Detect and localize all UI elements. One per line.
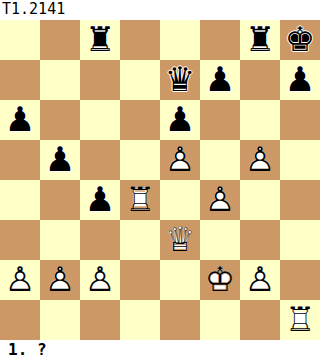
square-g6[interactable] — [240, 100, 280, 140]
square-h6[interactable] — [280, 100, 320, 140]
square-c2[interactable]: ♟ — [80, 260, 120, 300]
black-pawn-icon: ♟ — [200, 60, 240, 100]
square-b1[interactable] — [40, 300, 80, 340]
square-g5[interactable]: ♟ — [240, 140, 280, 180]
square-d5[interactable] — [120, 140, 160, 180]
square-a8[interactable] — [0, 20, 40, 60]
square-e4[interactable] — [160, 180, 200, 220]
square-g8[interactable]: ♜ — [240, 20, 280, 60]
square-c7[interactable] — [80, 60, 120, 100]
square-f7[interactable]: ♟ — [200, 60, 240, 100]
square-a4[interactable] — [0, 180, 40, 220]
square-e7[interactable]: ♛ — [160, 60, 200, 100]
square-f2[interactable]: ♚ — [200, 260, 240, 300]
black-rook-icon: ♜ — [80, 20, 120, 60]
square-d3[interactable] — [120, 220, 160, 260]
white-rook-icon: ♜ — [280, 300, 320, 340]
black-pawn-icon: ♟ — [0, 100, 40, 140]
white-pawn-icon: ♟ — [240, 140, 280, 180]
black-pawn-icon: ♟ — [80, 180, 120, 220]
square-e3[interactable]: ♛ — [160, 220, 200, 260]
square-e6[interactable]: ♟ — [160, 100, 200, 140]
square-h2[interactable] — [280, 260, 320, 300]
square-c1[interactable] — [80, 300, 120, 340]
white-pawn-icon: ♟ — [80, 260, 120, 300]
white-queen-icon: ♛ — [160, 220, 200, 260]
square-d2[interactable] — [120, 260, 160, 300]
square-b6[interactable] — [40, 100, 80, 140]
square-e5[interactable]: ♟ — [160, 140, 200, 180]
square-d8[interactable] — [120, 20, 160, 60]
square-g4[interactable] — [240, 180, 280, 220]
square-f1[interactable] — [200, 300, 240, 340]
square-g1[interactable] — [240, 300, 280, 340]
square-b5[interactable]: ♟ — [40, 140, 80, 180]
black-king-icon: ♚ — [280, 20, 320, 60]
square-b7[interactable] — [40, 60, 80, 100]
square-f8[interactable] — [200, 20, 240, 60]
square-c3[interactable] — [80, 220, 120, 260]
white-pawn-icon: ♟ — [200, 180, 240, 220]
square-f6[interactable] — [200, 100, 240, 140]
square-b3[interactable] — [40, 220, 80, 260]
square-b2[interactable]: ♟ — [40, 260, 80, 300]
square-h7[interactable]: ♟ — [280, 60, 320, 100]
white-pawn-icon: ♟ — [240, 260, 280, 300]
square-b8[interactable] — [40, 20, 80, 60]
square-d1[interactable] — [120, 300, 160, 340]
square-h1[interactable]: ♜ — [280, 300, 320, 340]
white-pawn-icon: ♟ — [160, 140, 200, 180]
square-e2[interactable] — [160, 260, 200, 300]
square-c6[interactable] — [80, 100, 120, 140]
chess-board: ♜♜♚♛♟♟♟♟♟♟♟♟♜♟♛♟♟♟♚♟♜ — [0, 20, 320, 340]
square-a2[interactable]: ♟ — [0, 260, 40, 300]
square-a7[interactable] — [0, 60, 40, 100]
white-king-icon: ♚ — [200, 260, 240, 300]
square-e1[interactable] — [160, 300, 200, 340]
square-h5[interactable] — [280, 140, 320, 180]
square-d4[interactable]: ♜ — [120, 180, 160, 220]
square-c5[interactable] — [80, 140, 120, 180]
square-e8[interactable] — [160, 20, 200, 60]
black-pawn-icon: ♟ — [40, 140, 80, 180]
square-a1[interactable] — [0, 300, 40, 340]
square-f3[interactable] — [200, 220, 240, 260]
square-c4[interactable]: ♟ — [80, 180, 120, 220]
square-f5[interactable] — [200, 140, 240, 180]
black-queen-icon: ♛ — [160, 60, 200, 100]
square-h4[interactable] — [280, 180, 320, 220]
square-h8[interactable]: ♚ — [280, 20, 320, 60]
square-b4[interactable] — [40, 180, 80, 220]
square-f4[interactable]: ♟ — [200, 180, 240, 220]
square-g7[interactable] — [240, 60, 280, 100]
white-pawn-icon: ♟ — [40, 260, 80, 300]
square-d7[interactable] — [120, 60, 160, 100]
white-pawn-icon: ♟ — [0, 260, 40, 300]
black-rook-icon: ♜ — [240, 20, 280, 60]
square-g2[interactable]: ♟ — [240, 260, 280, 300]
puzzle-title: T1.2141 — [0, 0, 320, 20]
black-pawn-icon: ♟ — [160, 100, 200, 140]
square-h3[interactable] — [280, 220, 320, 260]
chess-puzzle-page: T1.2141 ♜♜♚♛♟♟♟♟♟♟♟♟♜♟♛♟♟♟♚♟♜ 1. ? — [0, 0, 320, 360]
square-a3[interactable] — [0, 220, 40, 260]
square-c8[interactable]: ♜ — [80, 20, 120, 60]
move-prompt: 1. ? — [0, 340, 320, 360]
square-g3[interactable] — [240, 220, 280, 260]
square-a6[interactable]: ♟ — [0, 100, 40, 140]
square-a5[interactable] — [0, 140, 40, 180]
white-rook-icon: ♜ — [120, 180, 160, 220]
square-d6[interactable] — [120, 100, 160, 140]
black-pawn-icon: ♟ — [280, 60, 320, 100]
